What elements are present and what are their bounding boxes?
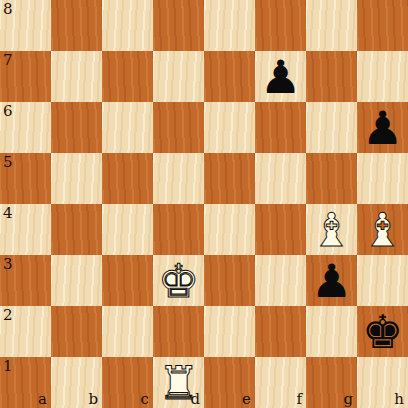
file-label-b: b: [88, 392, 98, 407]
rank-label-8: 8: [3, 2, 13, 17]
square-a1[interactable]: 1a: [0, 357, 51, 408]
square-g3[interactable]: ♟: [306, 255, 357, 306]
square-e3[interactable]: [204, 255, 255, 306]
square-h7[interactable]: [357, 51, 408, 102]
file-label-g: g: [343, 392, 353, 407]
square-h2[interactable]: ♚: [357, 306, 408, 357]
file-label-a: a: [38, 392, 47, 407]
square-b5[interactable]: [51, 153, 102, 204]
square-d7[interactable]: [153, 51, 204, 102]
square-c7[interactable]: [102, 51, 153, 102]
square-b3[interactable]: [51, 255, 102, 306]
square-f7[interactable]: ♟: [255, 51, 306, 102]
square-g1[interactable]: g: [306, 357, 357, 408]
square-e6[interactable]: [204, 102, 255, 153]
square-f2[interactable]: [255, 306, 306, 357]
square-b6[interactable]: [51, 102, 102, 153]
square-a5[interactable]: 5: [0, 153, 51, 204]
file-label-e: e: [242, 392, 251, 407]
square-c5[interactable]: [102, 153, 153, 204]
square-c6[interactable]: [102, 102, 153, 153]
square-f5[interactable]: [255, 153, 306, 204]
square-f3[interactable]: [255, 255, 306, 306]
file-label-c: c: [141, 392, 149, 407]
piece-black-pawn-f7[interactable]: ♟: [260, 54, 301, 100]
square-b2[interactable]: [51, 306, 102, 357]
square-d2[interactable]: [153, 306, 204, 357]
square-a4[interactable]: 4: [0, 204, 51, 255]
rank-label-4: 4: [3, 206, 13, 221]
piece-white-king-d3[interactable]: ♚: [158, 258, 199, 304]
square-e2[interactable]: [204, 306, 255, 357]
square-g5[interactable]: [306, 153, 357, 204]
square-b8[interactable]: [51, 0, 102, 51]
square-h3[interactable]: [357, 255, 408, 306]
square-d4[interactable]: [153, 204, 204, 255]
square-g8[interactable]: [306, 0, 357, 51]
piece-white-bishop-g4[interactable]: ♝: [311, 207, 352, 253]
rank-label-3: 3: [3, 257, 13, 272]
piece-black-pawn-h6[interactable]: ♟: [362, 105, 403, 151]
rank-label-7: 7: [3, 53, 13, 68]
square-e8[interactable]: [204, 0, 255, 51]
square-b4[interactable]: [51, 204, 102, 255]
square-e1[interactable]: e: [204, 357, 255, 408]
square-f1[interactable]: f: [255, 357, 306, 408]
square-d3[interactable]: ♚: [153, 255, 204, 306]
square-c3[interactable]: [102, 255, 153, 306]
file-label-f: f: [296, 392, 302, 407]
square-d6[interactable]: [153, 102, 204, 153]
piece-black-pawn-g3[interactable]: ♟: [311, 258, 352, 304]
rank-label-5: 5: [3, 155, 13, 170]
square-h1[interactable]: h: [357, 357, 408, 408]
square-h4[interactable]: ♝: [357, 204, 408, 255]
square-g2[interactable]: [306, 306, 357, 357]
square-f6[interactable]: [255, 102, 306, 153]
square-f8[interactable]: [255, 0, 306, 51]
square-a7[interactable]: 7: [0, 51, 51, 102]
square-e4[interactable]: [204, 204, 255, 255]
rank-label-1: 1: [3, 359, 13, 374]
piece-black-king-h2[interactable]: ♚: [362, 309, 403, 355]
square-a8[interactable]: 8: [0, 0, 51, 51]
rank-label-6: 6: [3, 104, 13, 119]
square-a6[interactable]: 6: [0, 102, 51, 153]
square-g7[interactable]: [306, 51, 357, 102]
square-c2[interactable]: [102, 306, 153, 357]
square-b1[interactable]: b: [51, 357, 102, 408]
piece-white-rook-d1[interactable]: ♜: [158, 360, 199, 406]
file-label-h: h: [394, 392, 404, 407]
square-a2[interactable]: 2: [0, 306, 51, 357]
square-b7[interactable]: [51, 51, 102, 102]
square-g6[interactable]: [306, 102, 357, 153]
square-d5[interactable]: [153, 153, 204, 204]
piece-white-bishop-h4[interactable]: ♝: [362, 207, 403, 253]
square-a3[interactable]: 3: [0, 255, 51, 306]
square-h8[interactable]: [357, 0, 408, 51]
square-f4[interactable]: [255, 204, 306, 255]
square-c1[interactable]: c: [102, 357, 153, 408]
square-c8[interactable]: [102, 0, 153, 51]
square-e7[interactable]: [204, 51, 255, 102]
square-d1[interactable]: d♜: [153, 357, 204, 408]
chessboard: 87♟6♟54♝♝3♚♟2♚1abcd♜efgh: [0, 0, 408, 408]
square-h5[interactable]: [357, 153, 408, 204]
square-d8[interactable]: [153, 0, 204, 51]
square-e5[interactable]: [204, 153, 255, 204]
square-c4[interactable]: [102, 204, 153, 255]
square-h6[interactable]: ♟: [357, 102, 408, 153]
rank-label-2: 2: [3, 308, 13, 323]
square-g4[interactable]: ♝: [306, 204, 357, 255]
